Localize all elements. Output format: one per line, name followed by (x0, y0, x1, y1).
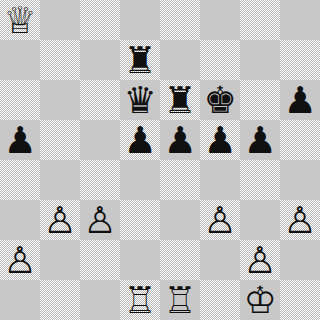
square-g4[interactable] (240, 160, 280, 200)
white-rook-icon: ♖ (120, 280, 160, 320)
square-h3[interactable]: ♙ (280, 200, 320, 240)
square-f1[interactable] (200, 280, 240, 320)
square-a7[interactable] (0, 40, 40, 80)
square-e2[interactable] (160, 240, 200, 280)
square-f5[interactable]: ♟ (200, 120, 240, 160)
square-b7[interactable] (40, 40, 80, 80)
square-b3[interactable]: ♙ (40, 200, 80, 240)
square-a1[interactable] (0, 280, 40, 320)
square-c7[interactable] (80, 40, 120, 80)
black-king-icon: ♚ (200, 80, 240, 120)
black-pawn-icon: ♟ (240, 120, 280, 160)
square-g2[interactable]: ♙ (240, 240, 280, 280)
square-f6[interactable]: ♚ (200, 80, 240, 120)
square-a6[interactable] (0, 80, 40, 120)
square-g6[interactable] (240, 80, 280, 120)
black-pawn-icon: ♟ (0, 120, 40, 160)
black-rook-icon: ♜ (160, 80, 200, 120)
square-h5[interactable] (280, 120, 320, 160)
square-g1[interactable]: ♔ (240, 280, 280, 320)
chess-board: ♕♜♛♜♚♟♟♟♟♟♟♙♙♙♙♙♙♖♖♔ (0, 0, 320, 320)
square-f7[interactable] (200, 40, 240, 80)
square-g5[interactable]: ♟ (240, 120, 280, 160)
white-pawn-icon: ♙ (280, 200, 320, 240)
square-d8[interactable] (120, 0, 160, 40)
square-d2[interactable] (120, 240, 160, 280)
square-a5[interactable]: ♟ (0, 120, 40, 160)
white-rook-icon: ♖ (160, 280, 200, 320)
black-queen-icon: ♛ (120, 80, 160, 120)
square-g8[interactable] (240, 0, 280, 40)
square-e6[interactable]: ♜ (160, 80, 200, 120)
square-c6[interactable] (80, 80, 120, 120)
black-rook-icon: ♜ (120, 40, 160, 80)
black-pawn-icon: ♟ (280, 80, 320, 120)
square-c4[interactable] (80, 160, 120, 200)
square-f3[interactable]: ♙ (200, 200, 240, 240)
square-a4[interactable] (0, 160, 40, 200)
white-pawn-icon: ♙ (200, 200, 240, 240)
square-h1[interactable] (280, 280, 320, 320)
white-king-icon: ♔ (240, 280, 280, 320)
square-h4[interactable] (280, 160, 320, 200)
square-b1[interactable] (40, 280, 80, 320)
square-e8[interactable] (160, 0, 200, 40)
black-pawn-icon: ♟ (120, 120, 160, 160)
square-d6[interactable]: ♛ (120, 80, 160, 120)
square-a8[interactable]: ♕ (0, 0, 40, 40)
square-g7[interactable] (240, 40, 280, 80)
square-b6[interactable] (40, 80, 80, 120)
square-b5[interactable] (40, 120, 80, 160)
square-e7[interactable] (160, 40, 200, 80)
square-h7[interactable] (280, 40, 320, 80)
white-pawn-icon: ♙ (40, 200, 80, 240)
square-b8[interactable] (40, 0, 80, 40)
square-h8[interactable] (280, 0, 320, 40)
square-f2[interactable] (200, 240, 240, 280)
black-pawn-icon: ♟ (200, 120, 240, 160)
square-g3[interactable] (240, 200, 280, 240)
square-d5[interactable]: ♟ (120, 120, 160, 160)
square-e3[interactable] (160, 200, 200, 240)
square-a2[interactable]: ♙ (0, 240, 40, 280)
square-f4[interactable] (200, 160, 240, 200)
square-c1[interactable] (80, 280, 120, 320)
square-h6[interactable]: ♟ (280, 80, 320, 120)
white-pawn-icon: ♙ (80, 200, 120, 240)
square-e5[interactable]: ♟ (160, 120, 200, 160)
square-f8[interactable] (200, 0, 240, 40)
square-c3[interactable]: ♙ (80, 200, 120, 240)
square-b4[interactable] (40, 160, 80, 200)
square-c8[interactable] (80, 0, 120, 40)
white-pawn-icon: ♙ (0, 240, 40, 280)
square-a3[interactable] (0, 200, 40, 240)
square-d1[interactable]: ♖ (120, 280, 160, 320)
square-e4[interactable] (160, 160, 200, 200)
square-c5[interactable] (80, 120, 120, 160)
square-e1[interactable]: ♖ (160, 280, 200, 320)
square-d7[interactable]: ♜ (120, 40, 160, 80)
square-c2[interactable] (80, 240, 120, 280)
square-b2[interactable] (40, 240, 80, 280)
square-h2[interactable] (280, 240, 320, 280)
black-pawn-icon: ♟ (160, 120, 200, 160)
white-queen-icon: ♕ (0, 0, 40, 40)
square-d3[interactable] (120, 200, 160, 240)
white-pawn-icon: ♙ (240, 240, 280, 280)
square-d4[interactable] (120, 160, 160, 200)
